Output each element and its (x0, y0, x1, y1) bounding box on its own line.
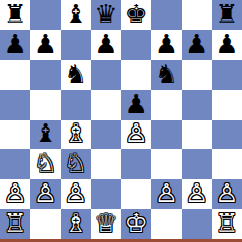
white-bishop-piece[interactable]: ♗ (64, 210, 87, 236)
square-c3[interactable]: ♘ (61, 149, 91, 179)
square-f2[interactable]: ♙ (151, 179, 181, 209)
white-pawn-piece[interactable]: ♙ (185, 180, 208, 206)
black-knight-piece[interactable]: ♞ (155, 61, 178, 87)
white-pawn-piece[interactable]: ♙ (64, 180, 87, 206)
square-h5[interactable] (212, 90, 242, 120)
square-h3[interactable] (212, 149, 242, 179)
square-a5[interactable] (0, 90, 30, 120)
square-a8[interactable]: ♜ (0, 0, 30, 30)
black-rook-piece[interactable]: ♜ (215, 1, 238, 27)
square-d3[interactable] (91, 149, 121, 179)
square-h6[interactable] (212, 60, 242, 90)
white-rook-piece[interactable]: ♖ (215, 210, 238, 236)
black-pawn-piece[interactable]: ♟ (94, 31, 117, 57)
square-d5[interactable] (91, 90, 121, 120)
square-b8[interactable] (30, 0, 60, 30)
square-e2[interactable] (121, 179, 151, 209)
square-g1[interactable] (182, 209, 212, 239)
white-king-piece[interactable]: ♔ (124, 210, 147, 236)
square-b6[interactable] (30, 60, 60, 90)
square-c7[interactable] (61, 30, 91, 60)
square-g7[interactable]: ♟ (182, 30, 212, 60)
white-knight-piece[interactable]: ♘ (64, 150, 87, 176)
black-king-piece[interactable]: ♚ (124, 1, 147, 27)
black-pawn-piece[interactable]: ♟ (215, 31, 238, 57)
square-h7[interactable]: ♟ (212, 30, 242, 60)
square-c5[interactable] (61, 90, 91, 120)
square-f4[interactable] (151, 120, 181, 150)
chess-board-screenshot: ♜♝♛♚♜♟♟♟♟♟♟♞♞♟♝♗♙♘♘♙♙♙♙♙♙♖♗♕♔♖ (0, 0, 242, 242)
square-a6[interactable] (0, 60, 30, 90)
black-pawn-piece[interactable]: ♟ (155, 31, 178, 57)
white-knight-piece[interactable]: ♘ (34, 150, 57, 176)
square-a1[interactable]: ♖ (0, 209, 30, 239)
square-c8[interactable]: ♝ (61, 0, 91, 30)
white-queen-piece[interactable]: ♕ (94, 210, 117, 236)
square-e7[interactable] (121, 30, 151, 60)
square-b1[interactable] (30, 209, 60, 239)
black-pawn-piece[interactable]: ♟ (3, 31, 26, 57)
square-g3[interactable] (182, 149, 212, 179)
square-c1[interactable]: ♗ (61, 209, 91, 239)
white-rook-piece[interactable]: ♖ (3, 210, 26, 236)
square-f5[interactable] (151, 90, 181, 120)
square-e1[interactable]: ♔ (121, 209, 151, 239)
square-f7[interactable]: ♟ (151, 30, 181, 60)
square-d8[interactable]: ♛ (91, 0, 121, 30)
square-e3[interactable] (121, 149, 151, 179)
square-b3[interactable]: ♘ (30, 149, 60, 179)
square-e6[interactable] (121, 60, 151, 90)
square-a2[interactable]: ♙ (0, 179, 30, 209)
white-pawn-piece[interactable]: ♙ (3, 180, 26, 206)
square-h1[interactable]: ♖ (212, 209, 242, 239)
square-d7[interactable]: ♟ (91, 30, 121, 60)
square-b2[interactable]: ♙ (30, 179, 60, 209)
square-g8[interactable] (182, 0, 212, 30)
square-e4[interactable]: ♙ (121, 120, 151, 150)
square-h4[interactable] (212, 120, 242, 150)
square-g6[interactable] (182, 60, 212, 90)
chess-board: ♜♝♛♚♜♟♟♟♟♟♟♞♞♟♝♗♙♘♘♙♙♙♙♙♙♖♗♕♔♖ (0, 0, 242, 239)
square-d6[interactable] (91, 60, 121, 90)
square-f1[interactable] (151, 209, 181, 239)
black-pawn-piece[interactable]: ♟ (124, 91, 147, 117)
white-pawn-piece[interactable]: ♙ (155, 180, 178, 206)
square-g4[interactable] (182, 120, 212, 150)
black-knight-piece[interactable]: ♞ (64, 61, 87, 87)
black-rook-piece[interactable]: ♜ (3, 1, 26, 27)
square-e8[interactable]: ♚ (121, 0, 151, 30)
square-h2[interactable]: ♙ (212, 179, 242, 209)
square-h8[interactable]: ♜ (212, 0, 242, 30)
square-b5[interactable] (30, 90, 60, 120)
white-bishop-piece[interactable]: ♗ (64, 120, 87, 146)
black-bishop-piece[interactable]: ♝ (34, 120, 57, 146)
square-f3[interactable] (151, 149, 181, 179)
square-f8[interactable] (151, 0, 181, 30)
square-a7[interactable]: ♟ (0, 30, 30, 60)
square-g2[interactable]: ♙ (182, 179, 212, 209)
square-d4[interactable] (91, 120, 121, 150)
square-d1[interactable]: ♕ (91, 209, 121, 239)
white-pawn-piece[interactable]: ♙ (124, 120, 147, 146)
square-e5[interactable]: ♟ (121, 90, 151, 120)
black-bishop-piece[interactable]: ♝ (64, 1, 87, 27)
black-pawn-piece[interactable]: ♟ (185, 31, 208, 57)
black-pawn-piece[interactable]: ♟ (34, 31, 57, 57)
white-pawn-piece[interactable]: ♙ (215, 180, 238, 206)
square-a3[interactable] (0, 149, 30, 179)
black-queen-piece[interactable]: ♛ (94, 1, 117, 27)
square-a4[interactable] (0, 120, 30, 150)
square-b7[interactable]: ♟ (30, 30, 60, 60)
square-f6[interactable]: ♞ (151, 60, 181, 90)
square-d2[interactable] (91, 179, 121, 209)
square-c4[interactable]: ♗ (61, 120, 91, 150)
square-c2[interactable]: ♙ (61, 179, 91, 209)
square-b4[interactable]: ♝ (30, 120, 60, 150)
white-pawn-piece[interactable]: ♙ (34, 180, 57, 206)
square-g5[interactable] (182, 90, 212, 120)
square-c6[interactable]: ♞ (61, 60, 91, 90)
